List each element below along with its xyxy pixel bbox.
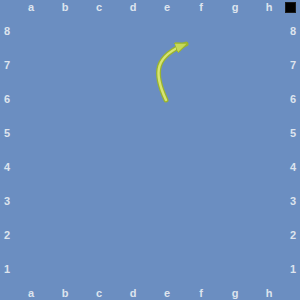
rank-label-4: 4 bbox=[0, 150, 14, 184]
rank-label-5: 5 bbox=[286, 116, 300, 150]
file-label-h: h bbox=[252, 286, 286, 300]
rank-label-1: 1 bbox=[286, 252, 300, 286]
rank-label-2: 2 bbox=[0, 218, 14, 252]
board-grid bbox=[14, 14, 286, 286]
file-label-b: b bbox=[48, 0, 82, 14]
file-label-h: h bbox=[252, 0, 286, 14]
file-label-f: f bbox=[184, 286, 218, 300]
rank-label-1: 1 bbox=[0, 252, 14, 286]
file-label-d: d bbox=[116, 0, 150, 14]
rank-label-2: 2 bbox=[286, 218, 300, 252]
rank-label-4: 4 bbox=[286, 150, 300, 184]
file-label-a: a bbox=[14, 286, 48, 300]
rank-label-8: 8 bbox=[286, 14, 300, 48]
file-label-c: c bbox=[82, 286, 116, 300]
file-label-c: c bbox=[82, 0, 116, 14]
file-label-f: f bbox=[184, 0, 218, 14]
file-label-g: g bbox=[218, 286, 252, 300]
rank-label-6: 6 bbox=[0, 82, 14, 116]
file-labels-top: abcdefgh bbox=[14, 0, 286, 14]
rank-label-3: 3 bbox=[286, 184, 300, 218]
rank-label-3: 3 bbox=[0, 184, 14, 218]
file-label-d: d bbox=[116, 286, 150, 300]
file-label-a: a bbox=[14, 0, 48, 14]
file-labels-bottom: abcdefgh bbox=[14, 286, 286, 300]
rank-label-6: 6 bbox=[286, 82, 300, 116]
file-label-e: e bbox=[150, 286, 184, 300]
file-label-g: g bbox=[218, 0, 252, 14]
file-label-b: b bbox=[48, 286, 82, 300]
file-label-e: e bbox=[150, 0, 184, 14]
black-to-move-indicator bbox=[285, 2, 296, 13]
chess-board: abcdefgh abcdefgh 87654321 87654321 bbox=[0, 0, 300, 300]
rank-labels-right: 87654321 bbox=[286, 14, 300, 286]
rank-labels-left: 87654321 bbox=[0, 14, 14, 286]
rank-label-7: 7 bbox=[0, 48, 14, 82]
rank-label-5: 5 bbox=[0, 116, 14, 150]
rank-label-7: 7 bbox=[286, 48, 300, 82]
rank-label-8: 8 bbox=[0, 14, 14, 48]
